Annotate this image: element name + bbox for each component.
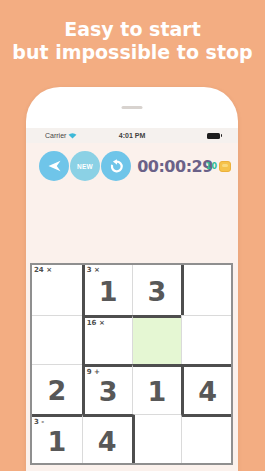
marketing-headline: Easy to start but impossible to stop xyxy=(0,18,265,63)
game-screen: NEW 00:00:29 10 24 ×3 ×1316 ×29 +3143 -1… xyxy=(26,143,238,471)
cell-value: 1 xyxy=(99,275,118,305)
coin-icon xyxy=(219,161,231,172)
cage-clue: 3 × xyxy=(87,266,100,274)
grid-cell-r1c0[interactable] xyxy=(32,315,82,365)
cell-value: 1 xyxy=(47,425,66,455)
timer-display: 00:00:29 xyxy=(140,151,210,181)
grid-cell-r1c2[interactable] xyxy=(132,315,182,365)
grid-cell-r3c2[interactable] xyxy=(132,414,182,464)
grid-cell-r2c2[interactable]: 1 xyxy=(132,364,182,414)
cage-clue: 9 + xyxy=(87,368,100,376)
coin-counter: 10 xyxy=(206,151,231,181)
cage-clue: 16 × xyxy=(87,319,105,327)
restart-button[interactable] xyxy=(101,151,131,181)
cage-clue: 24 × xyxy=(34,266,52,274)
status-bar: 4:01 PM Carrier xyxy=(26,128,238,143)
cell-value: 3 xyxy=(99,375,118,405)
grid-cell-r1c3[interactable] xyxy=(181,315,231,365)
new-game-button[interactable]: NEW xyxy=(70,151,100,181)
kenken-board: 24 ×3 ×1316 ×29 +3143 -14 xyxy=(30,263,233,465)
phone-mockup: 4:01 PM Carrier NEW xyxy=(26,87,238,471)
coin-count: 10 xyxy=(206,162,217,171)
grid-cell-r0c0[interactable]: 24 × xyxy=(32,265,82,315)
cell-value: 2 xyxy=(47,374,66,404)
back-arrow-icon xyxy=(47,159,62,173)
cell-value: 4 xyxy=(98,425,117,455)
app-store-screenshot: { "marketing": { "headline_line1": "Easy… xyxy=(0,0,265,471)
grid-cell-r1c1[interactable]: 16 × xyxy=(82,315,132,365)
grid-cell-r0c2[interactable]: 3 xyxy=(132,265,182,315)
wifi-icon xyxy=(68,132,77,139)
grid-cell-r2c1[interactable]: 9 +3 xyxy=(82,364,132,414)
cell-value: 4 xyxy=(198,375,217,405)
toolbar: NEW 00:00:29 10 xyxy=(26,151,238,183)
grid-cell-r0c1[interactable]: 3 ×1 xyxy=(82,265,132,315)
battery-icon xyxy=(207,133,222,139)
new-game-label: NEW xyxy=(77,163,93,170)
grid-cell-r0c3[interactable] xyxy=(181,265,231,315)
speaker-grill xyxy=(122,106,143,109)
grid-cell-r2c0[interactable]: 2 xyxy=(32,364,82,414)
grid-cell-r2c3[interactable]: 4 xyxy=(181,364,231,414)
grid-cell-r3c0[interactable]: 3 -1 xyxy=(32,414,82,464)
headline-line-2: but impossible to stop xyxy=(0,41,265,64)
cage-clue: 3 - xyxy=(34,418,44,426)
back-button[interactable] xyxy=(39,151,69,181)
grid-cell-r3c1[interactable]: 4 xyxy=(82,414,132,464)
carrier-label: Carrier xyxy=(45,132,66,139)
cell-value: 1 xyxy=(147,375,166,405)
refresh-icon xyxy=(109,159,124,174)
grid-cell-r3c3[interactable] xyxy=(181,414,231,464)
cell-value: 3 xyxy=(147,275,166,305)
headline-line-1: Easy to start xyxy=(0,18,265,41)
